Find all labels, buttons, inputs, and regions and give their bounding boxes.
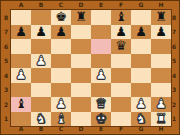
white-king[interactable]: ♚ [95,112,107,127]
square-a2[interactable]: ♝ [11,97,31,112]
white-rook[interactable]: ♜ [155,112,167,127]
black-pawn[interactable]: ♟ [115,25,127,40]
rank-label-left-6: 6 [2,44,10,50]
white-pawn[interactable]: ♟ [55,97,67,112]
square-d2[interactable] [71,97,91,112]
black-pawn[interactable]: ♟ [55,25,67,40]
white-pawn[interactable]: ♟ [35,54,47,69]
file-label-top-e: E [91,2,111,8]
square-a7[interactable]: ♟ [11,25,31,40]
black-bishop[interactable]: ♝ [15,97,27,112]
square-c2[interactable]: ♟ [51,97,71,112]
square-g8[interactable] [131,10,151,25]
black-rook[interactable]: ♜ [155,10,167,25]
square-h7[interactable]: ♟ [151,25,171,40]
file-label-top-h: H [151,2,171,8]
square-f7[interactable]: ♟ [111,25,131,40]
square-b5[interactable]: ♟ [31,54,51,69]
white-pawn[interactable]: ♟ [135,97,147,112]
black-pawn[interactable]: ♟ [15,25,27,40]
square-a8[interactable] [11,10,31,25]
square-g3[interactable] [131,83,151,98]
square-b7[interactable]: ♟ [31,25,51,40]
rank-label-left-5: 5 [2,58,10,64]
white-bishop[interactable]: ♝ [55,112,67,127]
square-g5[interactable] [131,54,151,69]
square-f4[interactable] [111,68,131,83]
file-label-top-c: C [51,2,71,8]
square-e3[interactable] [91,83,111,98]
black-pawn[interactable]: ♟ [135,25,147,40]
square-a5[interactable] [11,54,31,69]
square-f2[interactable] [111,97,131,112]
square-a1[interactable] [11,112,31,127]
square-h4[interactable] [151,68,171,83]
square-c4[interactable] [51,68,71,83]
rank-label-left-8: 8 [2,15,10,21]
chess-board: ♚♜♝♜♟♟♟♟♟♟♛♟♟♟♝♟♛♟♟♞♝♚♞♜ [10,9,172,127]
square-f3[interactable] [111,83,131,98]
white-knight[interactable]: ♞ [35,112,47,127]
square-h3[interactable] [151,83,171,98]
square-c3[interactable] [51,83,71,98]
square-d5[interactable] [71,54,91,69]
rank-label-left-4: 4 [2,73,10,79]
rank-label-left-3: 3 [2,87,10,93]
square-e4[interactable]: ♟ [91,68,111,83]
square-b3[interactable] [31,83,51,98]
square-g4[interactable] [131,68,151,83]
square-b4[interactable] [31,68,51,83]
square-e8[interactable] [91,10,111,25]
square-c8[interactable]: ♚ [51,10,71,25]
file-label-top-b: B [31,2,51,8]
square-b1[interactable]: ♞ [31,112,51,127]
square-a4[interactable]: ♟ [11,68,31,83]
file-label-top-d: D [71,2,91,8]
square-b6[interactable] [31,39,51,54]
white-knight[interactable]: ♞ [135,112,147,127]
square-e5[interactable] [91,54,111,69]
black-pawn[interactable]: ♟ [155,25,167,40]
black-bishop[interactable]: ♝ [115,10,127,25]
square-e1[interactable]: ♚ [91,112,111,127]
square-a3[interactable] [11,83,31,98]
white-pawn[interactable]: ♟ [95,68,107,83]
square-d7[interactable] [71,25,91,40]
square-g6[interactable] [131,39,151,54]
rank-label-left-7: 7 [2,29,10,35]
square-d3[interactable] [71,83,91,98]
rank-label-left-2: 2 [2,102,10,108]
square-g1[interactable]: ♞ [131,112,151,127]
square-f5[interactable] [111,54,131,69]
square-d1[interactable] [71,112,91,127]
square-c1[interactable]: ♝ [51,112,71,127]
square-b8[interactable] [31,10,51,25]
square-h1[interactable]: ♜ [151,112,171,127]
square-d6[interactable] [71,39,91,54]
square-e2[interactable]: ♛ [91,97,111,112]
white-pawn[interactable]: ♟ [15,68,27,83]
white-queen[interactable]: ♛ [95,97,107,112]
square-h5[interactable] [151,54,171,69]
white-pawn[interactable]: ♟ [155,97,167,112]
file-label-top-g: G [131,2,151,8]
file-label-top-a: A [11,2,31,8]
square-e6[interactable] [91,39,111,54]
black-pawn[interactable]: ♟ [35,25,47,40]
square-h6[interactable] [151,39,171,54]
square-c7[interactable]: ♟ [51,25,71,40]
square-g7[interactable]: ♟ [131,25,151,40]
square-c6[interactable] [51,39,71,54]
black-rook[interactable]: ♜ [75,10,87,25]
square-b2[interactable] [31,97,51,112]
rank-label-left-1: 1 [2,116,10,122]
square-f6[interactable]: ♛ [111,39,131,54]
square-e7[interactable] [91,25,111,40]
black-queen[interactable]: ♛ [115,39,127,54]
square-f8[interactable]: ♝ [111,10,131,25]
square-f1[interactable] [111,112,131,127]
square-d4[interactable] [71,68,91,83]
square-d8[interactable]: ♜ [71,10,91,25]
square-h8[interactable]: ♜ [151,10,171,25]
chess-board-frame: ♚♜♝♜♟♟♟♟♟♟♛♟♟♟♝♟♛♟♟♞♝♚♞♜ AABBCCDDEEFFGGH… [0,0,180,135]
black-king[interactable]: ♚ [55,10,67,25]
square-h2[interactable]: ♟ [151,97,171,112]
square-c5[interactable] [51,54,71,69]
square-a6[interactable] [11,39,31,54]
square-g2[interactable]: ♟ [131,97,151,112]
file-label-top-f: F [111,2,131,8]
